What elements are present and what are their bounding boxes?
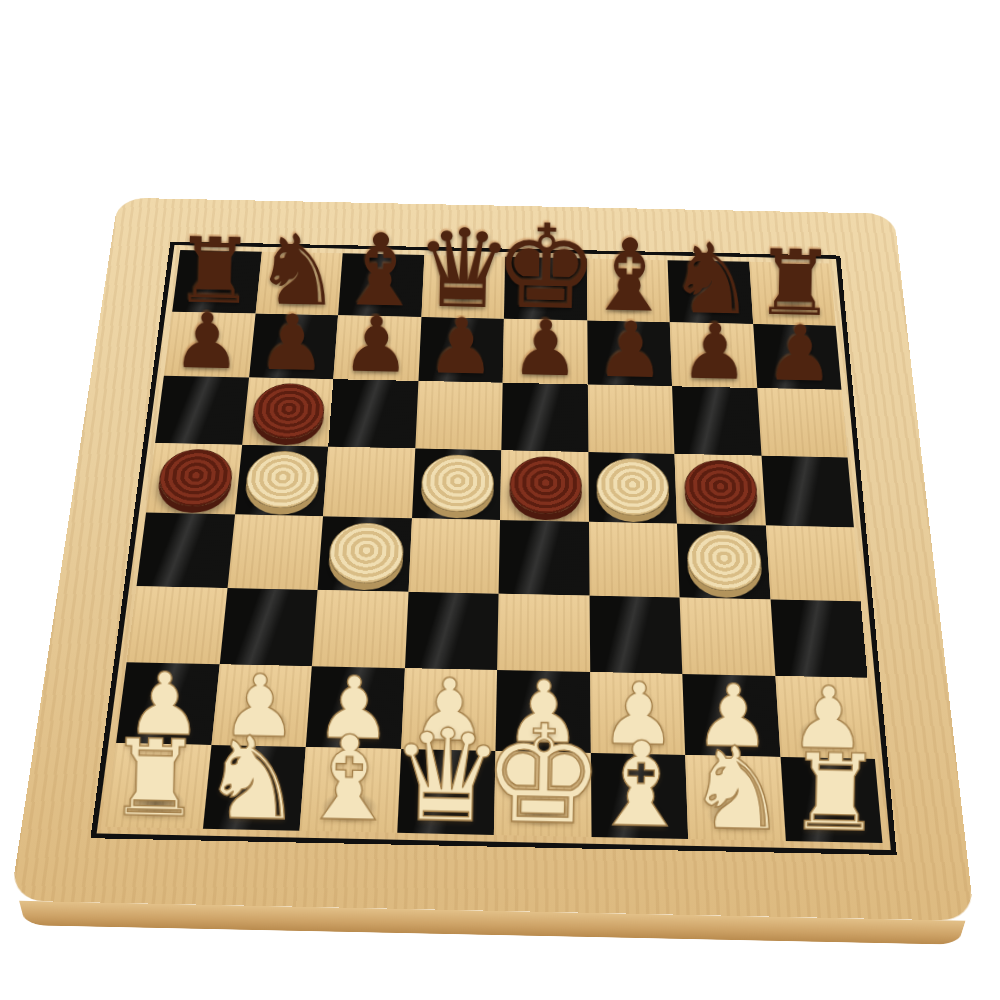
square-h1: ♜ <box>780 756 882 843</box>
square-b6 <box>242 377 334 446</box>
square-g6 <box>672 386 761 455</box>
checker-light-c4 <box>327 522 404 584</box>
square-e4 <box>499 520 590 595</box>
square-c4 <box>318 516 412 591</box>
square-e1: ♚ <box>494 751 591 837</box>
square-e7: ♟ <box>503 318 588 384</box>
piece-light-knight-b1: ♞ <box>200 729 304 828</box>
square-f5 <box>588 452 677 524</box>
wooden-board: ♜♞♝♛♚♝♞♜♟♟♟♟♟♟♟♟♟♟♟♟♟♟♟♟♜♞♝♛♚♝♞♜ <box>10 198 974 921</box>
square-e5 <box>500 450 588 522</box>
square-c3 <box>312 590 408 669</box>
square-g4 <box>677 524 770 599</box>
checker-dark-e5 <box>509 456 582 515</box>
square-b3 <box>219 588 317 667</box>
checker-light-g4 <box>686 530 763 592</box>
square-g5 <box>674 454 765 526</box>
square-a1: ♜ <box>105 743 211 829</box>
checker-dark-a5 <box>156 448 235 507</box>
checker-light-f5 <box>597 457 670 516</box>
square-c1: ♝ <box>300 747 401 833</box>
square-f4 <box>588 522 679 597</box>
piece-dark-pawn-c7: ♟ <box>341 312 411 378</box>
piece-light-king-e1: ♚ <box>481 716 605 834</box>
piece-dark-pawn-h7: ♟ <box>765 321 835 387</box>
piece-dark-pawn-e7: ♟ <box>511 316 581 382</box>
square-b4 <box>227 514 323 589</box>
piece-light-rook-h1: ♜ <box>786 749 882 840</box>
square-c6 <box>328 379 418 448</box>
square-f3 <box>589 595 682 674</box>
board-scene: ♜♞♝♛♚♝♞♜♟♟♟♟♟♟♟♟♟♟♟♟♟♟♟♟♜♞♝♛♚♝♞♜ <box>0 0 1000 1000</box>
piece-light-bishop-c1: ♝ <box>296 729 402 830</box>
square-c5 <box>323 446 415 518</box>
square-g3 <box>680 597 775 676</box>
square-d3 <box>404 591 498 670</box>
square-a4 <box>137 513 235 588</box>
square-e3 <box>497 593 590 672</box>
square-b5 <box>235 444 329 516</box>
piece-dark-pawn-a7: ♟ <box>172 309 242 375</box>
square-d5 <box>412 448 502 520</box>
square-f1: ♝ <box>590 752 688 838</box>
square-b1: ♞ <box>202 745 305 831</box>
piece-dark-pawn-g7: ♟ <box>680 319 750 385</box>
piece-light-knight-g1: ♞ <box>685 739 789 838</box>
piece-dark-pawn-b7: ♟ <box>257 310 327 376</box>
square-h7: ♟ <box>753 324 842 390</box>
square-h5 <box>761 455 854 527</box>
piece-light-rook-a1: ♜ <box>107 734 203 825</box>
square-a3 <box>127 586 227 665</box>
checker-light-b5 <box>244 450 321 509</box>
square-h4 <box>765 526 860 601</box>
board-front-edge <box>19 901 966 945</box>
checker-dark-b6 <box>251 383 326 440</box>
square-f7: ♟ <box>587 320 672 386</box>
piece-dark-pawn-d7: ♟ <box>426 314 496 380</box>
checker-light-d5 <box>421 454 495 513</box>
square-c7: ♟ <box>333 315 421 381</box>
square-h3 <box>770 599 867 678</box>
square-d4 <box>408 518 500 593</box>
square-a7: ♟ <box>164 311 255 377</box>
square-a6 <box>155 376 248 445</box>
piece-dark-pawn-f7: ♟ <box>595 317 665 383</box>
square-d6 <box>415 381 503 450</box>
square-g7: ♟ <box>670 322 757 388</box>
square-b7: ♟ <box>249 313 338 379</box>
square-h6 <box>757 388 848 457</box>
square-g1: ♞ <box>685 754 785 841</box>
checker-dark-g5 <box>683 459 758 518</box>
square-e6 <box>501 383 588 452</box>
square-f6 <box>587 385 674 454</box>
product-photo-canvas: ♜♞♝♛♚♝♞♜♟♟♟♟♟♟♟♟♟♟♟♟♟♟♟♟♜♞♝♛♚♝♞♜ <box>0 0 1000 1000</box>
playing-area: ♜♞♝♛♚♝♞♜♟♟♟♟♟♟♟♟♟♟♟♟♟♟♟♟♜♞♝♛♚♝♞♜ <box>90 242 896 856</box>
square-d7: ♟ <box>418 317 504 383</box>
square-a5 <box>146 443 242 515</box>
